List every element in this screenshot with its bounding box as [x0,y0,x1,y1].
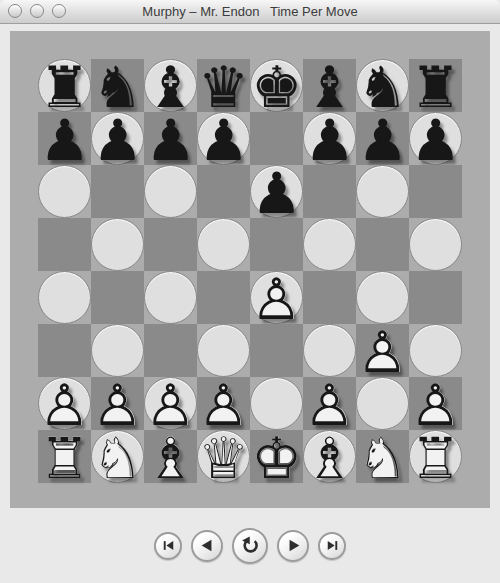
pawn-outline-glyph: ♙ [251,272,302,323]
take-back-button[interactable] [232,528,268,564]
square-f6[interactable] [303,165,356,218]
pawn-outline-glyph: ♙ [39,378,90,429]
square-b4[interactable] [91,271,144,324]
piece-white-pawn[interactable]: ♟♙ [303,377,356,430]
square-b1[interactable]: ♞♘ [91,430,144,483]
pawn-outline-glyph: ♙ [197,377,250,430]
piece-black-bishop[interactable]: ♝ [145,60,196,111]
square-d4[interactable] [197,271,250,324]
piece-white-pawn[interactable]: ♟♙ [39,378,90,429]
piece-black-pawn[interactable]: ♟ [410,113,461,164]
square-g7[interactable]: ♟ [356,112,409,165]
pawn-glyph: ♟ [304,113,355,164]
skip-back-icon [160,537,177,554]
square-h8[interactable]: ♜ [409,59,462,112]
piece-black-pawn[interactable]: ♟ [356,112,409,165]
square-b5[interactable] [91,218,144,271]
rook-glyph: ♜ [39,60,90,111]
pawn-glyph: ♟ [198,113,249,164]
go-to-end-button[interactable] [318,532,346,560]
square-h5[interactable] [409,218,462,271]
square-e2[interactable] [250,377,303,430]
piece-white-bishop[interactable]: ♝♗ [144,430,197,483]
pawn-glyph: ♟ [144,112,197,165]
square-g1[interactable]: ♞♘ [356,430,409,483]
knight-glyph: ♞ [91,59,144,112]
square-a7[interactable]: ♟ [38,112,91,165]
window-title: Murphy – Mr. Endon Time Per Move [0,0,500,23]
square-c2[interactable]: ♟♙ [144,377,197,430]
square-h3[interactable] [409,324,462,377]
piece-white-pawn[interactable]: ♟♙ [356,324,409,377]
bishop-outline-glyph: ♗ [304,431,355,482]
rook-glyph: ♜ [409,59,462,112]
knight-outline-glyph: ♘ [92,431,143,482]
king-outline-glyph: ♔ [250,430,303,483]
skip-forward-icon [324,537,341,554]
chess-app-window: Murphy – Mr. Endon Time Per Move ♜♞♝♛♚♝♞… [0,0,500,583]
piece-black-pawn[interactable]: ♟ [92,113,143,164]
square-d8[interactable]: ♛ [197,59,250,112]
square-a1[interactable]: ♜♖ [38,430,91,483]
piece-black-pawn[interactable]: ♟ [144,112,197,165]
square-a8[interactable]: ♜ [38,59,91,112]
square-d1[interactable]: ♛♕ [197,430,250,483]
piece-black-queen[interactable]: ♛ [197,59,250,112]
square-h6[interactable] [409,165,462,218]
piece-white-knight[interactable]: ♞♘ [356,430,409,483]
piece-black-bishop[interactable]: ♝ [303,59,356,112]
square-f7[interactable]: ♟ [303,112,356,165]
square-c5[interactable] [144,218,197,271]
step-back-icon [198,536,217,555]
piece-white-rook[interactable]: ♜♖ [38,430,91,483]
king-glyph: ♚ [251,60,302,111]
square-c7[interactable]: ♟ [144,112,197,165]
piece-white-knight[interactable]: ♞♘ [92,431,143,482]
square-f4[interactable] [303,271,356,324]
square-d3[interactable] [197,324,250,377]
square-h1[interactable]: ♜♖ [409,430,462,483]
piece-white-pawn[interactable]: ♟♙ [251,272,302,323]
rook-outline-glyph: ♖ [38,430,91,483]
square-c1[interactable]: ♝♗ [144,430,197,483]
piece-black-rook[interactable]: ♜ [409,59,462,112]
square-a5[interactable] [38,218,91,271]
piece-white-pawn[interactable]: ♟♙ [197,377,250,430]
square-g2[interactable] [356,377,409,430]
rook-outline-glyph: ♖ [410,431,461,482]
pawn-glyph: ♟ [38,112,91,165]
pawn-outline-glyph: ♙ [303,377,356,430]
piece-black-pawn[interactable]: ♟ [251,166,302,217]
titlebar[interactable]: Murphy – Mr. Endon Time Per Move [0,0,500,24]
square-e7[interactable] [250,112,303,165]
step-forward-icon [284,536,303,555]
piece-black-king[interactable]: ♚ [251,60,302,111]
piece-white-rook[interactable]: ♜♖ [410,431,461,482]
square-c6[interactable] [144,165,197,218]
square-g3[interactable]: ♟♙ [356,324,409,377]
square-b7[interactable]: ♟ [91,112,144,165]
square-f8[interactable]: ♝ [303,59,356,112]
knight-outline-glyph: ♘ [356,430,409,483]
undo-arrow-icon [239,534,262,557]
square-b6[interactable] [91,165,144,218]
piece-black-pawn[interactable]: ♟ [304,113,355,164]
square-f1[interactable]: ♝♗ [303,430,356,483]
square-e1[interactable]: ♚♔ [250,430,303,483]
next-move-button[interactable] [277,530,309,562]
pawn-outline-glyph: ♙ [145,378,196,429]
bishop-outline-glyph: ♗ [144,430,197,483]
bishop-glyph: ♝ [145,60,196,111]
piece-white-queen[interactable]: ♛♕ [198,431,249,482]
square-e3[interactable] [250,324,303,377]
piece-white-pawn[interactable]: ♟♙ [91,377,144,430]
piece-white-king[interactable]: ♚♔ [250,430,303,483]
square-b8[interactable]: ♞ [91,59,144,112]
square-g8[interactable]: ♞ [356,59,409,112]
pawn-glyph: ♟ [251,166,302,217]
square-e8[interactable]: ♚ [250,59,303,112]
square-c4[interactable] [144,271,197,324]
pawn-glyph: ♟ [92,113,143,164]
square-d6[interactable] [197,165,250,218]
square-a3[interactable] [38,324,91,377]
bishop-glyph: ♝ [303,59,356,112]
square-g4[interactable] [356,271,409,324]
square-a4[interactable] [38,271,91,324]
piece-white-pawn[interactable]: ♟♙ [145,378,196,429]
piece-black-knight[interactable]: ♞ [91,59,144,112]
pawn-glyph: ♟ [356,112,409,165]
piece-white-bishop[interactable]: ♝♗ [304,431,355,482]
square-a2[interactable]: ♟♙ [38,377,91,430]
square-g5[interactable] [356,218,409,271]
queen-glyph: ♛ [197,59,250,112]
square-h4[interactable] [409,271,462,324]
pawn-outline-glyph: ♙ [356,324,409,377]
square-b3[interactable] [91,324,144,377]
pawn-glyph: ♟ [410,113,461,164]
square-f3[interactable] [303,324,356,377]
square-c8[interactable]: ♝ [144,59,197,112]
square-f5[interactable] [303,218,356,271]
pawn-outline-glyph: ♙ [91,377,144,430]
go-to-start-button[interactable] [154,532,182,560]
piece-black-rook[interactable]: ♜ [39,60,90,111]
square-e6[interactable]: ♟ [250,165,303,218]
square-e4[interactable]: ♟♙ [250,271,303,324]
square-f2[interactable]: ♟♙ [303,377,356,430]
square-h7[interactable]: ♟ [409,112,462,165]
square-d7[interactable]: ♟ [197,112,250,165]
pawn-outline-glyph: ♙ [409,377,462,430]
square-a6[interactable] [38,165,91,218]
knight-glyph: ♞ [357,60,408,111]
previous-move-button[interactable] [191,530,223,562]
square-d2[interactable]: ♟♙ [197,377,250,430]
square-h2[interactable]: ♟♙ [409,377,462,430]
square-e5[interactable] [250,218,303,271]
board-frame: ♜♞♝♛♚♝♞♜♟♟♟♟♟♟♟♟♟♙♟♙♟♙♟♙♟♙♟♙♟♙♟♙♜♖♞♘♝♗♛♕… [10,31,490,508]
chess-board[interactable]: ♜♞♝♛♚♝♞♜♟♟♟♟♟♟♟♟♟♙♟♙♟♙♟♙♟♙♟♙♟♙♟♙♜♖♞♘♝♗♛♕… [38,59,462,483]
square-d5[interactable] [197,218,250,271]
piece-black-pawn[interactable]: ♟ [198,113,249,164]
piece-black-knight[interactable]: ♞ [357,60,408,111]
playback-controls [0,508,500,583]
piece-black-pawn[interactable]: ♟ [38,112,91,165]
piece-white-pawn[interactable]: ♟♙ [409,377,462,430]
square-g6[interactable] [356,165,409,218]
square-c3[interactable] [144,324,197,377]
queen-outline-glyph: ♕ [198,431,249,482]
square-b2[interactable]: ♟♙ [91,377,144,430]
